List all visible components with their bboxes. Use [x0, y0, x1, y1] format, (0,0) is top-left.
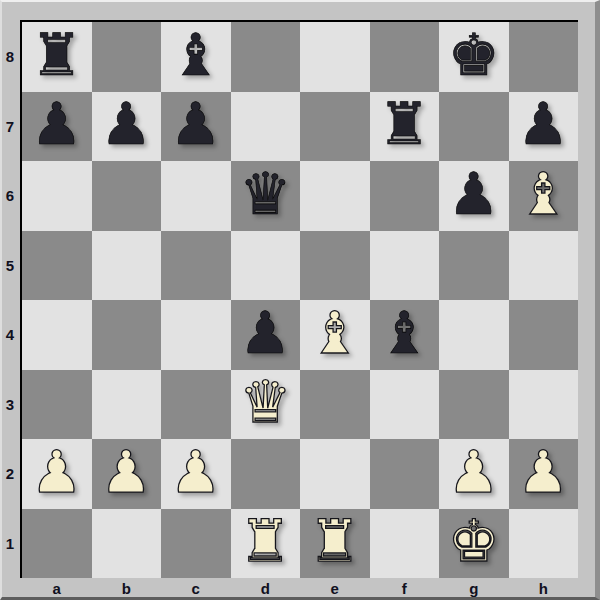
square-g6[interactable]: ♟ — [439, 161, 509, 231]
square-b2[interactable]: ♟ — [92, 439, 162, 509]
square-d6[interactable]: ♛ — [231, 161, 301, 231]
square-c2[interactable]: ♟ — [161, 439, 231, 509]
square-c7[interactable]: ♟ — [161, 92, 231, 162]
file-label-g: g — [439, 578, 509, 598]
square-e2[interactable] — [300, 439, 370, 509]
piece-white-pawn: ♟ — [448, 443, 500, 501]
square-b1[interactable] — [92, 509, 162, 579]
board-border: ♜♝♚♟♟♟♜♟♛♟♝♟♝♝♛♟♟♟♟♟♜♜♚ — [20, 20, 578, 578]
square-f6[interactable] — [370, 161, 440, 231]
file-label-d: d — [231, 578, 301, 598]
piece-white-bishop: ♝ — [517, 165, 569, 223]
square-e6[interactable] — [300, 161, 370, 231]
piece-black-pawn: ♟ — [31, 95, 83, 153]
piece-white-king: ♚ — [448, 512, 500, 570]
square-g3[interactable] — [439, 370, 509, 440]
square-g4[interactable] — [439, 300, 509, 370]
rank-label-8: 8 — [0, 22, 20, 92]
square-a7[interactable]: ♟ — [22, 92, 92, 162]
square-g5[interactable] — [439, 231, 509, 301]
square-a2[interactable]: ♟ — [22, 439, 92, 509]
piece-white-pawn: ♟ — [100, 443, 152, 501]
square-b6[interactable] — [92, 161, 162, 231]
rank-label-5: 5 — [0, 231, 20, 301]
file-label-e: e — [300, 578, 370, 598]
square-f7[interactable]: ♜ — [370, 92, 440, 162]
square-d8[interactable] — [231, 22, 301, 92]
square-g2[interactable]: ♟ — [439, 439, 509, 509]
piece-white-rook: ♜ — [309, 512, 361, 570]
file-label-b: b — [92, 578, 162, 598]
square-d5[interactable] — [231, 231, 301, 301]
square-h5[interactable] — [509, 231, 579, 301]
square-b3[interactable] — [92, 370, 162, 440]
square-b5[interactable] — [92, 231, 162, 301]
file-label-f: f — [370, 578, 440, 598]
square-d3[interactable]: ♛ — [231, 370, 301, 440]
square-f4[interactable]: ♝ — [370, 300, 440, 370]
chess-diagram: 87654321 abcdefgh ♜♝♚♟♟♟♜♟♛♟♝♟♝♝♛♟♟♟♟♟♜♜… — [0, 0, 600, 600]
square-d4[interactable]: ♟ — [231, 300, 301, 370]
square-a4[interactable] — [22, 300, 92, 370]
square-c1[interactable] — [161, 509, 231, 579]
rank-label-2: 2 — [0, 439, 20, 509]
square-h7[interactable]: ♟ — [509, 92, 579, 162]
file-label-c: c — [161, 578, 231, 598]
square-f5[interactable] — [370, 231, 440, 301]
square-b4[interactable] — [92, 300, 162, 370]
piece-black-pawn: ♟ — [100, 95, 152, 153]
square-g7[interactable] — [439, 92, 509, 162]
piece-white-bishop: ♝ — [309, 304, 361, 362]
rank-label-7: 7 — [0, 92, 20, 162]
square-e3[interactable] — [300, 370, 370, 440]
piece-black-queen: ♛ — [239, 165, 291, 223]
square-f8[interactable] — [370, 22, 440, 92]
square-g1[interactable]: ♚ — [439, 509, 509, 579]
file-label-a: a — [22, 578, 92, 598]
square-e8[interactable] — [300, 22, 370, 92]
square-h4[interactable] — [509, 300, 579, 370]
square-a1[interactable] — [22, 509, 92, 579]
square-b8[interactable] — [92, 22, 162, 92]
square-f3[interactable] — [370, 370, 440, 440]
square-h1[interactable] — [509, 509, 579, 579]
square-c3[interactable] — [161, 370, 231, 440]
rank-label-3: 3 — [0, 370, 20, 440]
square-a8[interactable]: ♜ — [22, 22, 92, 92]
square-e4[interactable]: ♝ — [300, 300, 370, 370]
square-g8[interactable]: ♚ — [439, 22, 509, 92]
file-label-h: h — [509, 578, 579, 598]
square-d1[interactable]: ♜ — [231, 509, 301, 579]
rank-label-4: 4 — [0, 300, 20, 370]
piece-white-rook: ♜ — [239, 512, 291, 570]
square-d7[interactable] — [231, 92, 301, 162]
piece-black-pawn: ♟ — [170, 95, 222, 153]
square-f2[interactable] — [370, 439, 440, 509]
piece-black-bishop: ♝ — [378, 304, 430, 362]
rank-label-1: 1 — [0, 509, 20, 579]
square-a5[interactable] — [22, 231, 92, 301]
square-f1[interactable] — [370, 509, 440, 579]
piece-black-pawn: ♟ — [239, 304, 291, 362]
square-c4[interactable] — [161, 300, 231, 370]
square-c5[interactable] — [161, 231, 231, 301]
chess-board: ♜♝♚♟♟♟♜♟♛♟♝♟♝♝♛♟♟♟♟♟♜♜♚ — [22, 22, 578, 578]
piece-black-pawn: ♟ — [517, 95, 569, 153]
piece-black-bishop: ♝ — [170, 26, 222, 84]
square-c8[interactable]: ♝ — [161, 22, 231, 92]
square-h2[interactable]: ♟ — [509, 439, 579, 509]
square-e7[interactable] — [300, 92, 370, 162]
square-e1[interactable]: ♜ — [300, 509, 370, 579]
square-a3[interactable] — [22, 370, 92, 440]
piece-white-pawn: ♟ — [517, 443, 569, 501]
piece-black-rook: ♜ — [31, 26, 83, 84]
square-h3[interactable] — [509, 370, 579, 440]
piece-black-rook: ♜ — [378, 95, 430, 153]
square-d2[interactable] — [231, 439, 301, 509]
square-h8[interactable] — [509, 22, 579, 92]
piece-black-pawn: ♟ — [448, 165, 500, 223]
square-h6[interactable]: ♝ — [509, 161, 579, 231]
square-a6[interactable] — [22, 161, 92, 231]
square-e5[interactable] — [300, 231, 370, 301]
piece-white-queen: ♛ — [239, 373, 291, 431]
square-c6[interactable] — [161, 161, 231, 231]
piece-white-pawn: ♟ — [170, 443, 222, 501]
piece-black-king: ♚ — [448, 26, 500, 84]
rank-label-6: 6 — [0, 161, 20, 231]
piece-white-pawn: ♟ — [31, 443, 83, 501]
square-b7[interactable]: ♟ — [92, 92, 162, 162]
